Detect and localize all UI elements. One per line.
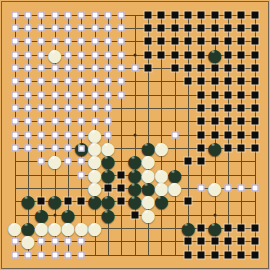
black-territory-marker [185,25,192,32]
white-territory-marker [78,38,85,45]
black-territory-marker [251,65,258,72]
white-territory-marker [65,11,72,18]
white-territory-marker [65,25,72,32]
star-point [213,213,216,216]
white-territory-marker [51,25,58,32]
white-territory-marker [91,51,98,58]
black-territory-marker [145,25,152,32]
white-territory-marker [118,25,125,32]
black-territory-marker [145,38,152,45]
black-territory-marker [198,51,205,58]
stone-highlight [90,156,95,160]
stone-highlight [144,209,149,213]
black-territory-marker [251,78,258,85]
white-territory-marker [78,251,85,258]
white-territory-marker [91,11,98,18]
white-territory-marker [25,131,32,138]
white-territory-marker [118,91,125,98]
stone-highlight [64,223,69,227]
stone-highlight [104,156,109,160]
white-territory-marker [11,251,18,258]
stone-highlight [104,143,109,147]
stone-highlight [170,183,175,187]
white-stone: ● [86,220,103,237]
white-territory-marker [11,38,18,45]
white-stone: ● [46,153,63,170]
white-territory-marker [38,11,45,18]
stone-highlight [104,196,109,200]
white-territory-marker [11,145,18,152]
stone-highlight [157,143,162,147]
black-stone: ● [206,220,223,237]
black-territory-marker [225,65,232,72]
black-territory-marker [171,51,178,58]
white-territory-marker [25,65,32,72]
white-territory-marker [25,51,32,58]
black-territory-marker [198,78,205,85]
star-point [133,53,136,56]
stone-highlight [50,223,55,227]
black-territory-marker [251,105,258,112]
white-territory-marker [65,118,72,125]
black-territory-marker [251,238,258,245]
white-territory-marker [25,118,32,125]
black-territory-marker [225,131,232,138]
black-territory-marker [251,25,258,32]
white-territory-marker [38,38,45,45]
black-territory-marker [238,38,245,45]
stone-highlight [90,143,95,147]
white-territory-marker [25,105,32,112]
stone-highlight [90,223,95,227]
white-territory-marker [78,91,85,98]
black-territory-marker [238,51,245,58]
white-territory-marker [51,118,58,125]
stone-highlight [130,196,135,200]
stone-highlight [144,143,149,147]
white-territory-marker [105,38,112,45]
white-territory-marker [11,105,18,112]
black-territory-marker [211,105,218,112]
stone-highlight [210,49,215,53]
white-territory-marker [25,251,32,258]
black-territory-marker [198,251,205,258]
black-territory-marker [211,118,218,125]
stone-highlight [90,196,95,200]
black-territory-marker [158,11,165,18]
white-territory-marker [11,118,18,125]
white-territory-marker [91,25,98,32]
black-territory-marker [211,25,218,32]
white-territory-marker [118,38,125,45]
black-territory-marker [211,238,218,245]
stone-highlight [144,196,149,200]
black-territory-marker [251,38,258,45]
white-territory-marker [91,91,98,98]
white-territory-marker [91,65,98,72]
black-territory-marker [225,105,232,112]
black-territory-marker [251,131,258,138]
white-territory-marker [65,38,72,45]
black-territory-marker [198,131,205,138]
black-territory-marker [238,78,245,85]
stone-highlight [210,143,215,147]
black-territory-marker [225,51,232,58]
black-territory-marker [145,65,152,72]
black-territory-marker [118,171,125,178]
black-territory-marker [225,78,232,85]
black-territory-marker [225,91,232,98]
white-territory-marker [38,251,45,258]
black-territory-marker [171,65,178,72]
white-territory-marker [225,185,232,192]
black-territory-marker [238,145,245,152]
stone-highlight [37,223,42,227]
black-territory-marker [118,198,125,205]
stone-highlight [24,236,29,240]
white-territory-marker [65,131,72,138]
go-board[interactable]: ●●●●●●●●●●●●●●●●●●●●●●●●●●●●●●●●●●●●●●●●… [0,0,270,270]
black-territory-marker [185,198,192,205]
white-territory-marker [38,25,45,32]
white-territory-marker [105,51,112,58]
white-territory-marker [105,78,112,85]
black-territory-marker [158,25,165,32]
white-territory-marker [78,25,85,32]
white-territory-marker [11,51,18,58]
black-territory-marker [211,65,218,72]
black-territory-marker [211,91,218,98]
black-stone: ● [206,140,223,157]
black-territory-marker [185,65,192,72]
black-territory-marker [251,251,258,258]
black-territory-marker [198,91,205,98]
black-territory-marker [225,25,232,32]
white-territory-marker [65,145,72,152]
white-stone: ● [46,46,63,63]
stone-highlight [77,223,82,227]
white-territory-marker [38,91,45,98]
black-territory-marker [198,25,205,32]
black-territory-marker [225,118,232,125]
stone-highlight [210,223,215,227]
stone-highlight [104,209,109,213]
stone-highlight [37,209,42,213]
white-territory-marker [65,65,72,72]
stone-highlight [130,156,135,160]
white-territory-marker [65,238,72,245]
white-territory-marker [118,78,125,85]
white-territory-marker [78,158,85,165]
stone-highlight [50,196,55,200]
white-territory-marker [38,158,45,165]
black-territory-marker [185,238,192,245]
white-territory-marker [11,91,18,98]
white-territory-marker [78,51,85,58]
black-territory-marker [145,51,152,58]
stone-highlight [144,183,149,187]
black-territory-marker [198,238,205,245]
stone-highlight [144,169,149,173]
white-territory-marker [78,118,85,125]
black-territory-marker [198,65,205,72]
stone-highlight [10,223,15,227]
white-territory-marker [25,145,32,152]
black-stone: ● [180,220,197,237]
white-territory-marker [11,65,18,72]
stone-highlight [90,183,95,187]
white-territory-marker [171,131,178,138]
white-territory-marker [25,25,32,32]
black-territory-marker [238,65,245,72]
white-territory-marker [25,78,32,85]
black-stone: ● [206,46,223,63]
black-territory-marker [251,91,258,98]
black-territory-marker [238,118,245,125]
white-territory-marker [118,11,125,18]
white-territory-marker [105,105,112,112]
black-territory-marker [198,11,205,18]
white-stone: ● [206,180,223,197]
black-territory-marker [185,51,192,58]
black-territory-marker [171,25,178,32]
black-territory-marker [131,211,138,218]
stone-highlight [104,169,109,173]
black-territory-marker [158,38,165,45]
black-territory-marker [185,78,192,85]
white-territory-marker [51,78,58,85]
white-territory-marker [91,105,98,112]
white-territory-marker [78,238,85,245]
white-territory-marker [38,145,45,152]
white-territory-marker [65,91,72,98]
star-point [53,213,56,216]
black-territory-marker [238,225,245,232]
black-territory-marker [238,25,245,32]
black-territory-marker [118,185,125,192]
white-territory-marker [65,78,72,85]
white-territory-marker [38,51,45,58]
white-territory-marker [51,131,58,138]
white-territory-marker [38,65,45,72]
dead-stone-mark [78,145,84,151]
black-territory-marker [251,145,258,152]
black-territory-marker [198,225,205,232]
stone-highlight [50,156,55,160]
stone-highlight [130,169,135,173]
stone-highlight [24,223,29,227]
stone-highlight [210,183,215,187]
white-territory-marker [51,11,58,18]
white-territory-marker [51,105,58,112]
white-territory-marker [118,51,125,58]
white-territory-marker [238,185,245,192]
stone-highlight [50,49,55,53]
black-territory-marker [225,251,232,258]
white-territory-marker [78,78,85,85]
white-territory-marker [25,38,32,45]
white-territory-marker [251,185,258,192]
white-territory-marker [11,238,18,245]
white-territory-marker [38,78,45,85]
white-territory-marker [65,251,72,258]
black-territory-marker [238,238,245,245]
white-territory-marker [105,11,112,18]
black-territory-marker [185,38,192,45]
stone-highlight [90,129,95,133]
white-territory-marker [78,11,85,18]
black-territory-marker [145,11,152,18]
black-territory-marker [198,158,205,165]
stone-highlight [90,169,95,173]
black-territory-marker [251,225,258,232]
black-territory-marker [185,11,192,18]
star-point [133,133,136,136]
white-territory-marker [118,65,125,72]
white-territory-marker [105,118,112,125]
black-territory-marker [185,158,192,165]
black-territory-marker [171,11,178,18]
black-territory-marker [225,225,232,232]
white-territory-marker [11,25,18,32]
white-territory-marker [51,251,58,258]
white-territory-marker [198,185,205,192]
white-territory-marker [78,65,85,72]
black-territory-marker [158,51,165,58]
black-territory-marker [198,38,205,45]
white-territory-marker [51,238,58,245]
black-territory-marker [198,118,205,125]
black-territory-marker [225,38,232,45]
stone-highlight [130,183,135,187]
white-territory-marker [51,91,58,98]
white-territory-marker [105,91,112,98]
white-territory-marker [25,91,32,98]
black-territory-marker [225,145,232,152]
black-territory-marker [238,105,245,112]
white-territory-marker [65,51,72,58]
stone-highlight [170,169,175,173]
white-territory-marker [78,105,85,112]
white-territory-marker [91,38,98,45]
white-territory-marker [11,131,18,138]
white-territory-marker [25,11,32,18]
stone-highlight [24,196,29,200]
black-territory-marker [211,78,218,85]
white-territory-marker [131,65,138,72]
black-territory-marker [238,91,245,98]
black-territory-marker [225,11,232,18]
black-territory-marker [198,105,205,112]
black-territory-marker [251,11,258,18]
stone-highlight [184,223,189,227]
white-territory-marker [38,238,45,245]
stone-highlight [157,183,162,187]
black-territory-marker [171,38,178,45]
black-territory-marker [238,131,245,138]
stone-highlight [144,156,149,160]
black-territory-marker [238,251,245,258]
white-territory-marker [78,171,85,178]
white-territory-marker [51,65,58,72]
white-territory-marker [65,105,72,112]
black-territory-marker [225,238,232,245]
white-territory-marker [65,158,72,165]
white-territory-marker [105,65,112,72]
black-territory-marker [185,251,192,258]
white-stone: ● [20,233,37,250]
white-stone: ● [140,206,157,223]
black-territory-marker [198,145,205,152]
stone-highlight [157,169,162,173]
black-territory-marker [78,198,85,205]
white-territory-marker [11,78,18,85]
stone-highlight [157,196,162,200]
black-territory-marker [211,11,218,18]
white-territory-marker [91,78,98,85]
black-territory-marker [238,11,245,18]
white-territory-marker [11,11,18,18]
white-territory-marker [38,105,45,112]
stone-highlight [64,209,69,213]
white-territory-marker [38,118,45,125]
white-territory-marker [105,25,112,32]
black-territory-marker [251,51,258,58]
black-territory-marker [251,118,258,125]
white-territory-marker [38,131,45,138]
black-territory-marker [211,251,218,258]
